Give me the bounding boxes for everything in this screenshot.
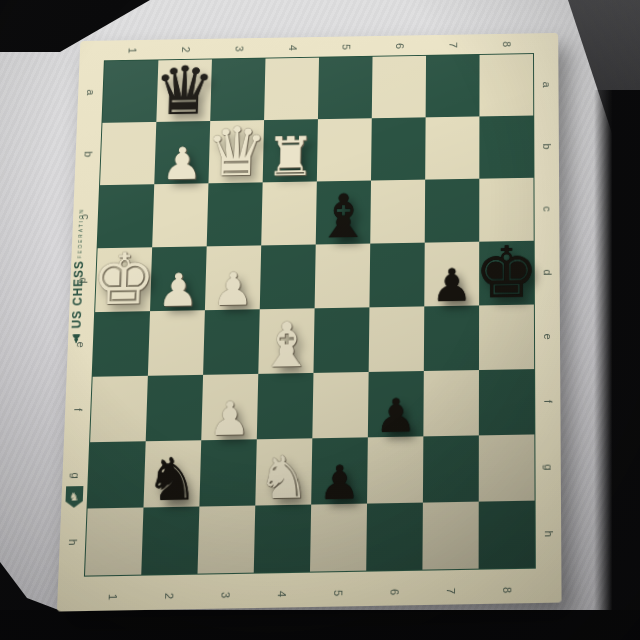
piece-black-king-d8[interactable]: ♚ (479, 195, 534, 305)
coord-label-file-a: a (514, 75, 577, 93)
coord-label-rank-3: 3 (230, 23, 249, 75)
square-g6[interactable] (367, 436, 423, 503)
square-f7[interactable] (423, 370, 479, 436)
coord-label-file-b: b (514, 137, 578, 155)
coord-label-rank-6: 6 (390, 20, 408, 72)
photo-edge-bottom (0, 610, 640, 640)
coord-label-rank-8: 8 (496, 561, 517, 619)
piece-white-pawn-d3[interactable]: ♟ (205, 200, 262, 310)
square-e7[interactable] (424, 305, 479, 371)
square-h2[interactable] (141, 507, 199, 575)
coord-label-rank-2: 2 (158, 567, 180, 625)
square-h6[interactable] (366, 503, 423, 571)
pawn-gear-icon: ♟ (69, 330, 84, 345)
coord-label-file-e: e (515, 327, 580, 346)
coord-label-rank-1: 1 (101, 568, 124, 626)
coord-label-file-f: f (44, 400, 110, 419)
coord-label-rank-4: 4 (271, 565, 293, 623)
square-h4[interactable] (254, 505, 311, 573)
piece-white-pawn-f3[interactable]: ♟ (201, 327, 259, 440)
coord-label-rank-6: 6 (384, 563, 405, 621)
playing-area: ♛♟♛♜♝♚♟♟♟♚♝♟♟♞♞♟ (85, 54, 535, 576)
square-d5[interactable] (315, 244, 371, 309)
piece-black-bishop-c5[interactable]: ♝ (316, 135, 372, 244)
us-chess-logo-subtext: FEDERATION (76, 208, 84, 259)
square-b7[interactable] (425, 116, 479, 179)
piece-white-pawn-d2[interactable]: ♟ (150, 201, 208, 311)
square-b6[interactable] (371, 117, 426, 180)
piece-white-king-d1[interactable]: ♚ (95, 202, 154, 312)
us-chess-logo-text: US CHESS (70, 260, 87, 329)
photo-edge-right (594, 90, 640, 640)
square-h7[interactable] (422, 502, 478, 570)
file-labels-right: abcdefgh (537, 54, 557, 568)
square-c4[interactable] (261, 181, 317, 245)
piece-white-bishop-e4[interactable]: ♝ (258, 262, 315, 374)
piece-white-knight-g4[interactable]: ♞ (255, 391, 313, 506)
coord-label-rank-1: 1 (122, 25, 141, 77)
piece-white-queen-b3[interactable]: ♛ (208, 76, 265, 184)
piece-black-pawn-d7[interactable]: ♟ (424, 196, 479, 306)
coord-label-file-h: h (515, 524, 581, 544)
square-c6[interactable] (370, 180, 425, 244)
square-e5[interactable] (313, 307, 369, 373)
square-g3[interactable] (199, 439, 256, 506)
chess-board: 12345678 12345678 abcdefgh abcdefgh ♟ US… (57, 33, 562, 612)
piece-white-rook-b4[interactable]: ♜ (263, 75, 319, 183)
piece-black-pawn-g5[interactable]: ♟ (311, 390, 368, 505)
coord-label-file-b: b (55, 145, 120, 163)
coord-label-file-h: h (38, 532, 105, 552)
piece-white-pawn-b2[interactable]: ♟ (154, 76, 211, 184)
coord-label-file-g: g (515, 457, 581, 476)
coord-label-rank-3: 3 (214, 566, 236, 624)
coord-label-rank-7: 7 (444, 19, 462, 71)
coord-label-rank-5: 5 (337, 21, 355, 73)
square-d6[interactable] (369, 243, 424, 308)
square-e2[interactable] (148, 310, 205, 376)
coord-label-rank-8: 8 (498, 18, 516, 70)
rank-labels-bottom: 12345678 (84, 579, 535, 608)
square-g7[interactable] (423, 435, 479, 502)
piece-black-knight-g2[interactable]: ♞ (143, 393, 202, 508)
piece-black-pawn-f6[interactable]: ♟ (368, 324, 424, 437)
square-h3[interactable] (198, 506, 256, 574)
coord-label-rank-4: 4 (283, 22, 302, 74)
coord-label-rank-5: 5 (327, 564, 348, 622)
square-h5[interactable] (310, 504, 367, 572)
coord-label-file-f: f (515, 392, 580, 411)
coord-label-file-g: g (41, 466, 108, 486)
coord-label-file-a: a (58, 83, 122, 101)
coord-label-rank-7: 7 (440, 562, 461, 620)
